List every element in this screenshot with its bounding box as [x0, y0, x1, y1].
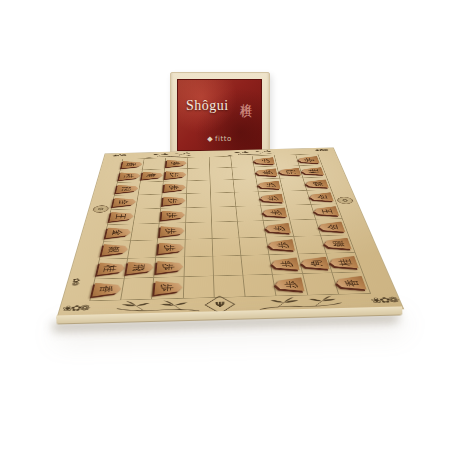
perspective-scene: ❀✿❁ ❀✿❁ ❂ ❂ 香歩歩香桂角歩歩飛桂銀歩歩銀金歩歩金王歩歩玉金歩歩金銀歩…	[46, 0, 402, 316]
board-cell: 歩	[253, 155, 277, 167]
board-cell: 桂	[326, 253, 362, 273]
piece-body: 香	[335, 276, 367, 290]
piece-body: 銀	[323, 238, 352, 250]
board-cell	[139, 181, 164, 195]
piece-body: 歩	[166, 159, 186, 167]
board-cell: 香	[296, 154, 322, 166]
maker-logo-glyph: Ψ	[215, 300, 225, 308]
piece-body: 歩	[260, 194, 284, 203]
piece-kanji: 銀	[108, 246, 123, 253]
board-cell: 歩	[163, 181, 187, 195]
piece-kanji: 歩	[265, 196, 278, 201]
piece-body: 銀	[116, 184, 139, 193]
piece-body: 歩	[263, 208, 288, 218]
board-cell	[210, 180, 235, 194]
board-cell	[185, 222, 212, 239]
board-cell	[186, 207, 212, 223]
shogi-piece-right: 桂	[301, 167, 324, 175]
shogi-piece-right: 歩	[275, 277, 305, 291]
piece-body: 歩	[162, 196, 185, 205]
board-cell: 歩	[158, 223, 186, 240]
piece-kanji: 飛	[133, 264, 148, 271]
shogi-piece-right: 銀	[305, 179, 329, 188]
board-cell	[243, 274, 276, 296]
shogi-piece-right: 玉	[313, 206, 339, 216]
board-cell: 金	[111, 195, 138, 210]
floral-ornament-bottom-right: ❀✿❁	[369, 295, 399, 304]
board-cell	[213, 256, 243, 276]
shogi-piece-left: 歩	[162, 196, 185, 205]
floral-ornament-top-right: ❀✿❁	[314, 149, 328, 152]
shogi-piece-right: 角	[300, 257, 329, 270]
piece-kanji: 歩	[164, 245, 178, 252]
board-cell: 王	[108, 209, 137, 225]
board-cell	[232, 167, 256, 180]
piece-body: 金	[106, 227, 132, 238]
piece-kanji: 香	[302, 158, 314, 162]
shogi-board: ❀✿❁ ❀✿❁ ❂ ❂ 香歩歩香桂角歩歩飛桂銀歩歩銀金歩歩金王歩歩玉金歩歩金銀歩…	[56, 148, 404, 319]
floral-ornament-top-left: ❀✿❁	[112, 154, 125, 157]
piece-body: 歩	[161, 210, 185, 220]
piece-body: 歩	[258, 181, 281, 190]
board-cell	[231, 156, 255, 168]
piece-body: 桂	[301, 167, 324, 175]
piece-kanji: 歩	[274, 242, 289, 249]
shogi-piece-left: 歩	[165, 171, 186, 179]
board-cell	[185, 239, 213, 258]
left-seal-stamp: ❂	[92, 205, 109, 213]
shogi-piece-left: 金	[106, 227, 132, 238]
board-cell	[212, 238, 241, 257]
board-cell	[240, 237, 270, 255]
shogi-piece-right: 銀	[323, 238, 352, 250]
board-cell: 銀	[321, 235, 355, 253]
piece-body: 歩	[159, 226, 184, 237]
piece-body: 香	[92, 282, 122, 296]
shogi-piece-right: 飛	[278, 168, 301, 176]
piece-body: 飛	[278, 168, 301, 176]
shogi-piece-left: 桂	[97, 262, 126, 275]
piece-kanji: 王	[115, 214, 129, 220]
shogi-piece-left: 香	[92, 282, 122, 296]
board-cell	[184, 256, 214, 276]
piece-body: 香	[298, 156, 320, 164]
piece-body: 香	[122, 161, 143, 169]
board-cell: 桂	[299, 165, 326, 178]
board-cell: 歩	[165, 158, 188, 170]
product-photo: Shôgui 将棋 ◆fitto ❀✿❁ ❀✿❁ ❂ ❂ 香歩歩香桂角歩歩飛桂銀…	[0, 0, 450, 450]
piece-kanji: 桂	[104, 265, 120, 272]
piece-kanji: 銀	[121, 186, 134, 191]
board-cell	[241, 255, 273, 275]
piece-kanji: 飛	[283, 170, 295, 175]
shogi-piece-right: 歩	[260, 194, 284, 203]
shogi-piece-left: 歩	[158, 242, 184, 254]
piece-kanji: 歩	[166, 213, 179, 219]
shogi-piece-left: 桂	[119, 172, 141, 180]
board-cell	[131, 224, 160, 241]
shogi-piece-right: 歩	[268, 239, 295, 251]
board-cell: 角	[141, 169, 165, 182]
shogi-piece-left: 歩	[159, 226, 184, 237]
shogi-piece-right: 桂	[329, 256, 359, 269]
piece-kanji: 桂	[306, 169, 319, 174]
piece-kanji: 歩	[258, 159, 270, 163]
shogi-piece-left: 金	[113, 197, 137, 206]
shogi-piece-right: 香	[335, 276, 367, 290]
board-cell: 金	[316, 219, 348, 236]
piece-kanji: 歩	[165, 228, 179, 234]
piece-kanji: 歩	[160, 284, 176, 292]
board-cell	[187, 180, 211, 194]
board-cell: 歩	[160, 208, 186, 224]
right-seal-stamp: ❂	[336, 197, 354, 205]
board-cell: 金	[307, 190, 336, 204]
board-cell: 桂	[118, 170, 143, 183]
shogi-piece-left: 銀	[102, 244, 129, 256]
piece-kanji: 香	[127, 162, 139, 166]
shogi-grid: 香歩歩香桂角歩歩飛桂銀歩歩銀金歩歩金王歩歩玉金歩歩金銀歩歩銀桂飛歩歩角桂香歩歩香	[89, 154, 371, 301]
piece-body: 歩	[271, 257, 300, 270]
piece-kanji: 香	[99, 285, 116, 293]
shogi-piece-left: 歩	[166, 159, 186, 167]
board-cell: 歩	[164, 169, 188, 182]
board-cell	[212, 222, 240, 239]
piece-body: 桂	[97, 262, 126, 275]
piece-kanji: 歩	[261, 170, 273, 175]
piece-kanji: 歩	[281, 280, 298, 288]
board-cell: 歩	[264, 220, 294, 237]
board-cell: 銀	[115, 182, 141, 196]
floral-ornament-bottom-left: ❀✿❁	[61, 303, 89, 313]
piece-kanji: 歩	[162, 263, 177, 270]
piece-kanji: 桂	[335, 259, 352, 266]
board-cell: 銀	[100, 241, 131, 260]
board-cell: 銀	[303, 177, 331, 190]
board-cell	[121, 277, 154, 299]
piece-body: 桂	[329, 256, 359, 269]
shogi-piece-left: 歩	[164, 183, 186, 192]
shogi-piece-right: 歩	[258, 181, 281, 190]
shogi-piece-right: 歩	[265, 223, 291, 234]
piece-body: 歩	[154, 280, 182, 294]
shogi-piece-right: 香	[298, 156, 320, 164]
piece-kanji: 歩	[171, 161, 182, 165]
piece-body: 歩	[158, 242, 184, 254]
board-cell: 歩	[152, 277, 184, 299]
piece-kanji: 歩	[170, 173, 182, 178]
piece-kanji: 金	[112, 229, 126, 235]
piece-body: 角	[300, 257, 329, 270]
board-cell	[186, 193, 211, 208]
piece-kanji: 歩	[263, 182, 276, 187]
shogi-piece-right: 歩	[254, 157, 275, 165]
shogi-piece-right: 金	[309, 192, 334, 201]
board-cell: 香	[332, 272, 370, 294]
piece-kanji: 銀	[310, 181, 323, 186]
board-cell	[211, 193, 237, 208]
board-cell	[209, 156, 232, 168]
shogi-piece-right: 歩	[271, 257, 300, 270]
piece-kanji: 銀	[329, 241, 345, 248]
board-cell	[128, 240, 158, 259]
piece-body: 飛	[127, 261, 155, 274]
piece-kanji: 歩	[169, 185, 181, 190]
shogi-piece-right: 歩	[263, 208, 288, 218]
board-cell: 香	[120, 159, 144, 171]
piece-kanji: 角	[306, 259, 322, 266]
board-cell	[134, 208, 161, 224]
board-cell	[184, 276, 215, 298]
piece-body: 歩	[265, 223, 291, 234]
piece-kanji: 歩	[278, 260, 294, 267]
piece-body: 歩	[256, 168, 278, 176]
shogi-piece-left: 歩	[161, 210, 185, 220]
seal-glyph: ❂	[97, 207, 104, 211]
floral-ornament-left-edge: ✿❁	[70, 278, 82, 285]
piece-kanji: 金	[314, 194, 328, 199]
board-cell: 桂	[95, 259, 128, 279]
piece-body: 金	[113, 197, 137, 206]
board-cell	[136, 194, 162, 209]
shogi-piece-left: 角	[142, 171, 163, 179]
board-cell: 歩	[161, 194, 186, 209]
shogi-piece-right: 金	[318, 222, 345, 233]
shogi-piece-left: 歩	[156, 260, 183, 273]
board-cell: 金	[104, 224, 134, 241]
piece-body: 桂	[119, 172, 141, 180]
piece-body: 玉	[313, 206, 339, 216]
piece-body: 銀	[102, 244, 129, 256]
board-cell: 歩	[257, 178, 283, 192]
board-cell: 歩	[261, 205, 290, 221]
piece-body: 金	[318, 222, 345, 233]
board-cell	[238, 221, 267, 238]
board-cell: 歩	[259, 191, 286, 206]
board-cell: 歩	[155, 257, 185, 277]
board-cell	[187, 168, 210, 181]
piece-kanji: 歩	[268, 210, 282, 216]
piece-body: 歩	[275, 277, 305, 291]
board-cell: 玉	[311, 204, 342, 220]
piece-body: 歩	[165, 171, 186, 179]
board-cell	[234, 179, 259, 193]
board-cell	[143, 158, 166, 170]
seal-glyph: ❂	[341, 199, 348, 203]
board-cell	[188, 157, 210, 169]
piece-kanji: 金	[118, 199, 131, 204]
shogi-piece-right: 歩	[256, 168, 278, 176]
board-cell: 飛	[125, 258, 157, 278]
piece-kanji: 金	[324, 224, 339, 230]
piece-kanji: 桂	[124, 174, 136, 179]
board-cell: 歩	[270, 254, 303, 274]
board-cell: 歩	[255, 166, 280, 179]
piece-body: 王	[109, 212, 134, 222]
piece-kanji: 香	[342, 279, 360, 287]
piece-kanji: 角	[147, 173, 159, 178]
piece-kanji: 歩	[271, 225, 285, 231]
piece-body: 歩	[268, 239, 295, 251]
piece-body: 角	[142, 171, 163, 179]
piece-body: 銀	[305, 179, 329, 188]
piece-kanji: 玉	[319, 209, 333, 215]
board-cell: 歩	[156, 239, 185, 258]
piece-body: 歩	[156, 260, 183, 273]
piece-body: 金	[309, 192, 334, 201]
board-cell	[236, 206, 264, 222]
board-cell: 歩	[267, 236, 298, 254]
board-cell	[214, 275, 246, 297]
shogi-piece-left: 王	[109, 212, 134, 222]
shogi-piece-left: 銀	[116, 184, 139, 193]
shogi-piece-left: 歩	[154, 280, 182, 294]
piece-body: 歩	[164, 183, 186, 192]
board-wrapper: ❀✿❁ ❀✿❁ ❂ ❂ 香歩歩香桂角歩歩飛桂銀歩歩銀金歩歩金王歩歩玉金歩歩金銀歩…	[46, 0, 403, 331]
shogi-piece-left: 飛	[127, 261, 155, 274]
board-cell	[235, 192, 261, 207]
piece-kanji: 歩	[168, 198, 180, 203]
piece-body: 歩	[254, 157, 275, 165]
board-cell	[211, 206, 238, 222]
shogi-piece-left: 香	[122, 161, 143, 169]
board-cell: 香	[90, 278, 125, 300]
board-cell	[210, 168, 234, 181]
